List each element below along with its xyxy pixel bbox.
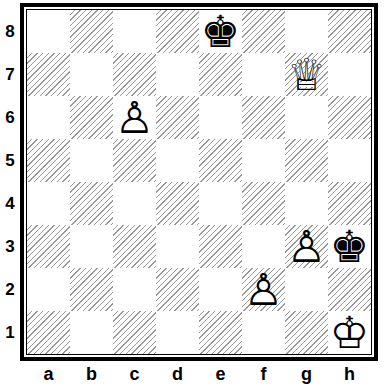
square-d1[interactable]: [156, 311, 199, 354]
chess-board: ♚♛♕♟♙♟♙♚♟♙♚♔: [26, 9, 372, 355]
board-grid: ♚♛♕♟♙♟♙♚♟♙♚♔: [27, 10, 371, 354]
square-b8[interactable]: [70, 10, 113, 53]
square-g6[interactable]: [285, 96, 328, 139]
file-labels: abcdefgh: [27, 364, 385, 385]
rank-labels: 87654321: [0, 3, 20, 354]
board-row: 87654321 ♚♛♕♟♙♟♙♚♟♙♚♔: [0, 3, 385, 361]
file-label-h: h: [328, 364, 371, 385]
square-e5[interactable]: [199, 139, 242, 182]
chess-diagram: 87654321 ♚♛♕♟♙♟♙♚♟♙♚♔ abcdefgh: [0, 0, 385, 388]
square-b4[interactable]: [70, 182, 113, 225]
square-c8[interactable]: [113, 10, 156, 53]
square-c5[interactable]: [113, 139, 156, 182]
piece-white-pawn: ♟♙: [242, 268, 285, 311]
square-g7[interactable]: ♛♕: [285, 53, 328, 96]
square-b6[interactable]: [70, 96, 113, 139]
square-h1[interactable]: ♚♔: [328, 311, 371, 354]
square-a7[interactable]: [27, 53, 70, 96]
piece-white-pawn: ♟♙: [285, 225, 328, 268]
file-label-d: d: [156, 364, 199, 385]
rank-label-4: 4: [0, 182, 20, 225]
square-f8[interactable]: [242, 10, 285, 53]
piece-outline-glyph: ♕: [287, 53, 326, 97]
square-h7[interactable]: [328, 53, 371, 96]
square-f5[interactable]: [242, 139, 285, 182]
piece-outline-glyph: ♙: [115, 96, 154, 140]
square-b3[interactable]: [70, 225, 113, 268]
square-g8[interactable]: [285, 10, 328, 53]
chess-board-frame: ♚♛♕♟♙♟♙♚♟♙♚♔: [20, 3, 378, 361]
square-h4[interactable]: [328, 182, 371, 225]
square-b2[interactable]: [70, 268, 113, 311]
square-d3[interactable]: [156, 225, 199, 268]
square-d2[interactable]: [156, 268, 199, 311]
square-h6[interactable]: [328, 96, 371, 139]
square-d7[interactable]: [156, 53, 199, 96]
square-h8[interactable]: [328, 10, 371, 53]
square-a3[interactable]: [27, 225, 70, 268]
square-f6[interactable]: [242, 96, 285, 139]
piece-white-king: ♚♔: [328, 311, 371, 354]
square-b7[interactable]: [70, 53, 113, 96]
square-e8[interactable]: ♚: [199, 10, 242, 53]
square-b1[interactable]: [70, 311, 113, 354]
square-a4[interactable]: [27, 182, 70, 225]
square-h5[interactable]: [328, 139, 371, 182]
square-g4[interactable]: [285, 182, 328, 225]
file-label-e: e: [199, 364, 242, 385]
square-f1[interactable]: [242, 311, 285, 354]
square-a2[interactable]: [27, 268, 70, 311]
square-g5[interactable]: [285, 139, 328, 182]
rank-label-1: 1: [0, 311, 20, 354]
square-h2[interactable]: [328, 268, 371, 311]
piece-white-queen: ♛♕: [285, 53, 328, 96]
piece-white-pawn: ♟♙: [113, 96, 156, 139]
square-h3[interactable]: ♚: [328, 225, 371, 268]
piece-outline-glyph: ♔: [330, 311, 369, 355]
square-e6[interactable]: [199, 96, 242, 139]
square-d6[interactable]: [156, 96, 199, 139]
square-c6[interactable]: ♟♙: [113, 96, 156, 139]
square-c3[interactable]: [113, 225, 156, 268]
square-f3[interactable]: [242, 225, 285, 268]
square-d5[interactable]: [156, 139, 199, 182]
file-label-c: c: [113, 364, 156, 385]
rank-label-7: 7: [0, 53, 20, 96]
rank-label-6: 6: [0, 96, 20, 139]
square-f2[interactable]: ♟♙: [242, 268, 285, 311]
piece-black-king: ♚: [328, 225, 371, 268]
square-e1[interactable]: [199, 311, 242, 354]
square-a6[interactable]: [27, 96, 70, 139]
rank-label-8: 8: [0, 10, 20, 53]
square-c4[interactable]: [113, 182, 156, 225]
square-c2[interactable]: [113, 268, 156, 311]
square-b5[interactable]: [70, 139, 113, 182]
piece-black-king: ♚: [199, 10, 242, 53]
square-e3[interactable]: [199, 225, 242, 268]
square-g1[interactable]: [285, 311, 328, 354]
file-label-b: b: [70, 364, 113, 385]
rank-label-3: 3: [0, 225, 20, 268]
square-a1[interactable]: [27, 311, 70, 354]
square-f4[interactable]: [242, 182, 285, 225]
rank-label-2: 2: [0, 268, 20, 311]
file-label-f: f: [242, 364, 285, 385]
square-g3[interactable]: ♟♙: [285, 225, 328, 268]
square-d4[interactable]: [156, 182, 199, 225]
square-e4[interactable]: [199, 182, 242, 225]
square-e7[interactable]: [199, 53, 242, 96]
square-g2[interactable]: [285, 268, 328, 311]
file-label-a: a: [27, 364, 70, 385]
square-c7[interactable]: [113, 53, 156, 96]
square-c1[interactable]: [113, 311, 156, 354]
piece-outline-glyph: ♙: [287, 225, 326, 269]
square-d8[interactable]: [156, 10, 199, 53]
square-a8[interactable]: [27, 10, 70, 53]
square-f7[interactable]: [242, 53, 285, 96]
square-e2[interactable]: [199, 268, 242, 311]
square-a5[interactable]: [27, 139, 70, 182]
file-label-g: g: [285, 364, 328, 385]
piece-outline-glyph: ♙: [244, 268, 283, 312]
rank-label-5: 5: [0, 139, 20, 182]
